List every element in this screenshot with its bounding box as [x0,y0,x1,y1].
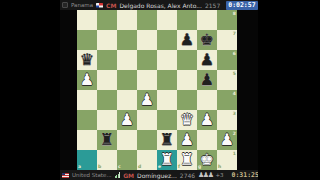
square-e1[interactable]: ♜e [157,150,177,170]
rank-coordinate-5: 5 [233,71,236,76]
square-h4[interactable]: 4 [217,90,237,110]
piece-wq-f3[interactable]: ♛ [177,110,197,130]
file-coordinate-g: g [198,164,201,169]
square-a6[interactable]: ♛ [77,50,97,70]
square-e7[interactable] [157,30,177,50]
square-d8[interactable] [137,10,157,30]
bottom-player-title: GM [123,172,134,179]
square-c7[interactable] [117,30,137,50]
square-h7[interactable]: 7 [217,30,237,50]
square-e6[interactable] [157,50,177,70]
square-f6[interactable] [177,50,197,70]
piece-bp-g6[interactable]: ♟ [197,50,217,70]
square-c1[interactable]: c [117,150,137,170]
square-c3[interactable]: ♟ [117,110,137,130]
square-e3[interactable] [157,110,177,130]
usa-flag-icon [62,173,69,178]
square-e5[interactable] [157,70,177,90]
bottom-player-bar: United State... GM Domínguez... 2746 ♟♟♟… [60,170,258,180]
file-coordinate-e: e [158,164,161,169]
file-coordinate-d: d [138,164,141,169]
piece-bq-a6[interactable]: ♛ [77,50,97,70]
square-d4[interactable]: ♟ [137,90,157,110]
square-a3[interactable] [77,110,97,130]
square-b1[interactable]: b [97,150,117,170]
rank-coordinate-1: 1 [233,151,236,156]
bottom-player-name[interactable]: Domínguez... [137,172,177,179]
square-b8[interactable] [97,10,117,30]
square-f2[interactable]: ♟ [177,130,197,150]
square-f5[interactable] [177,70,197,90]
rank-coordinate-3: 3 [233,111,236,116]
piece-wp-f2[interactable]: ♟ [177,130,197,150]
file-coordinate-c: c [118,164,121,169]
square-a8[interactable] [77,10,97,30]
square-a1[interactable]: a [77,150,97,170]
signal-bars-icon [115,172,121,178]
square-f3[interactable]: ♛ [177,110,197,130]
bottom-player-country: United State... [72,172,112,178]
rank-coordinate-7: 7 [233,31,236,36]
captured-pieces: ♟♟♟ [198,170,212,180]
file-coordinate-f: f [178,164,180,169]
square-f7[interactable]: ♟ [177,30,197,50]
square-a2[interactable] [77,130,97,150]
piece-wp-a5[interactable]: ♟ [77,70,97,90]
square-f1[interactable]: ♜f [177,150,197,170]
square-h5[interactable]: 5 [217,70,237,90]
top-player-bar: Panama CM Delgado Rosas, Alex Anto... 21… [60,0,258,10]
square-f4[interactable] [177,90,197,110]
square-a7[interactable] [77,30,97,50]
piece-bp-g5[interactable]: ♟ [197,70,217,90]
square-c8[interactable] [117,10,137,30]
piece-bk-g7[interactable]: ♚ [197,30,217,50]
piece-br-e2[interactable]: ♜ [157,130,177,150]
chess-app: Panama CM Delgado Rosas, Alex Anto... 21… [60,0,258,180]
piece-wp-d4[interactable]: ♟ [137,90,157,110]
square-h3[interactable]: 3 [217,110,237,130]
piece-bp-f7[interactable]: ♟ [177,30,197,50]
piece-br-b2[interactable]: ♜ [97,130,117,150]
material-advantage: +3 [215,172,223,178]
square-d3[interactable] [137,110,157,130]
square-a5[interactable]: ♟ [77,70,97,90]
bottom-player-clock: 0:31:25 [230,171,258,180]
bottom-player-rating: 2746 [180,172,195,179]
square-g2[interactable] [197,130,217,150]
square-d7[interactable] [137,30,157,50]
square-f8[interactable] [177,10,197,30]
square-h6[interactable]: 6 [217,50,237,70]
square-b2[interactable]: ♜ [97,130,117,150]
square-d1[interactable]: d [137,150,157,170]
board-icon[interactable] [62,2,68,8]
square-c6[interactable] [117,50,137,70]
file-coordinate-h: h [218,164,221,169]
top-player-title: CM [106,2,116,9]
square-e2[interactable]: ♜ [157,130,177,150]
square-g1[interactable]: ♚g [197,150,217,170]
rank-coordinate-4: 4 [233,91,236,96]
square-e4[interactable] [157,90,177,110]
square-g6[interactable]: ♟ [197,50,217,70]
square-g5[interactable]: ♟ [197,70,217,90]
file-coordinate-b: b [98,164,101,169]
rank-coordinate-2: 2 [233,131,236,136]
square-b4[interactable] [97,90,117,110]
square-b5[interactable] [97,70,117,90]
square-c4[interactable] [117,90,137,110]
square-h8[interactable]: 8 [217,10,237,30]
square-d5[interactable] [137,70,157,90]
square-g3[interactable]: ♟ [197,110,217,130]
square-b7[interactable] [97,30,117,50]
piece-wr-f1[interactable]: ♜ [177,150,197,170]
square-h1[interactable]: 1h [217,150,237,170]
square-a4[interactable] [77,90,97,110]
top-player-clock: 0:02:57 [226,1,257,10]
square-g7[interactable]: ♚ [197,30,217,50]
panama-flag-icon [96,3,103,8]
square-b6[interactable] [97,50,117,70]
square-d6[interactable] [137,50,157,70]
square-e8[interactable] [157,10,177,30]
square-c5[interactable] [117,70,137,90]
top-player-name[interactable]: Delgado Rosas, Alex Anto... [119,2,202,9]
square-c2[interactable] [117,130,137,150]
rank-coordinate-8: 8 [233,11,236,16]
top-player-rating: 2157 [205,2,220,9]
rank-coordinate-6: 6 [233,51,236,56]
square-b3[interactable] [97,110,117,130]
square-h2[interactable]: ♟2 [217,130,237,150]
square-g4[interactable] [197,90,217,110]
file-coordinate-a: a [78,164,81,169]
chess-board[interactable]: 8♟♚7♛♟6♟♟5♟4♟♛♟3♜♜♟♟2abcd♜e♜f♚g1h [77,10,237,170]
top-player-country: Panama [71,2,93,8]
piece-wp-c3[interactable]: ♟ [117,110,137,130]
square-g8[interactable] [197,10,217,30]
screen: Panama CM Delgado Rosas, Alex Anto... 21… [0,0,320,180]
square-d2[interactable] [137,130,157,150]
piece-wp-g3[interactable]: ♟ [197,110,217,130]
